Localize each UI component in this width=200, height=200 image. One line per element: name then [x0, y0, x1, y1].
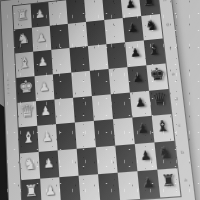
coordinate-label: b: [181, 151, 184, 155]
square-r4c1[interactable]: ♟: [36, 99, 56, 126]
white-n-piece[interactable]: ♞: [23, 156, 37, 172]
square-r7c3[interactable]: [79, 174, 101, 200]
square-r5c1[interactable]: ♟: [37, 125, 57, 153]
square-r6c1[interactable]: ♟: [39, 151, 60, 179]
coordinate-label: g: [166, 22, 169, 26]
black-b-piece[interactable]: ♝: [155, 118, 171, 135]
black-n-piece[interactable]: ♞: [158, 145, 174, 162]
black-p-piece[interactable]: ♟: [127, 21, 139, 33]
square-r7c2[interactable]: [59, 176, 80, 200]
square-r7c7[interactable]: ♜: [157, 168, 180, 197]
chessboard-photo: ·ı·ı·ı·ı· ♜♟♟♜♞♟♟♞♝♟♟♝♚♟♟♚♛♟♟♛♝♟♟♝♞♟♟♞♜♟…: [0, 0, 200, 200]
black-p-piece[interactable]: ♟: [125, 0, 137, 10]
square-r2c1[interactable]: ♟: [33, 50, 53, 76]
square-r1c7[interactable]: ♞: [141, 14, 162, 40]
square-r7c0[interactable]: ♜: [21, 179, 42, 200]
maker-stamp: ·ı·ı·ı·ı·: [6, 77, 12, 96]
square-r5c5[interactable]: [113, 118, 135, 146]
square-r3c3[interactable]: [71, 70, 92, 97]
white-n-piece[interactable]: ♞: [17, 31, 30, 46]
white-k-piece[interactable]: ♚: [18, 78, 33, 96]
square-r4c4[interactable]: [92, 94, 113, 121]
square-r5c2[interactable]: [56, 123, 77, 151]
square-r5c6[interactable]: ♟: [132, 116, 154, 144]
square-r3c6[interactable]: ♟: [127, 65, 149, 92]
square-r0c3[interactable]: [66, 0, 86, 24]
white-p-piece[interactable]: ♟: [35, 8, 46, 20]
square-r2c0[interactable]: ♝: [15, 51, 34, 77]
square-r1c5[interactable]: [104, 18, 125, 44]
black-r-piece[interactable]: ♜: [142, 0, 157, 9]
square-r7c4[interactable]: [98, 173, 120, 200]
square-r6c3[interactable]: [77, 147, 98, 175]
white-p-piece[interactable]: ♟: [36, 31, 47, 43]
black-p-piece[interactable]: ♟: [130, 46, 142, 59]
square-r3c4[interactable]: [90, 69, 111, 96]
square-r7c5[interactable]: [118, 171, 140, 200]
board-grid: ♜♟♟♜♞♟♟♞♝♟♟♝♚♟♟♚♛♟♟♛♝♟♟♝♞♟♟♞♜♟♟♜: [12, 0, 182, 200]
black-p-piece[interactable]: ♟: [142, 176, 155, 190]
square-r1c3[interactable]: [68, 22, 88, 48]
square-r6c0[interactable]: ♞: [20, 152, 40, 180]
square-r6c7[interactable]: ♞: [154, 141, 177, 170]
white-r-piece[interactable]: ♜: [24, 183, 38, 200]
square-r4c5[interactable]: [111, 92, 133, 120]
black-q-piece[interactable]: ♛: [151, 91, 168, 109]
square-r6c4[interactable]: [96, 146, 118, 174]
coordinate-label: c: [178, 124, 181, 128]
coordinate-label: h: [163, 0, 166, 2]
square-r1c6[interactable]: ♟: [123, 16, 144, 42]
square-r3c1[interactable]: ♟: [35, 74, 55, 101]
black-p-piece[interactable]: ♟: [137, 122, 149, 135]
white-p-piece[interactable]: ♟: [42, 130, 53, 143]
square-r0c5[interactable]: [102, 0, 122, 20]
square-r2c3[interactable]: [69, 46, 89, 72]
square-r1c1[interactable]: ♟: [32, 26, 51, 52]
black-p-piece[interactable]: ♟: [132, 71, 144, 84]
black-p-piece[interactable]: ♟: [134, 96, 146, 109]
chess-board: ·ı·ı·ı·ı· ♜♟♟♜♞♟♟♞♝♟♟♝♚♟♟♚♛♟♟♛♝♟♟♝♞♟♟♞♜♟…: [0, 0, 197, 200]
square-r0c4[interactable]: [84, 0, 104, 22]
black-n-piece[interactable]: ♞: [144, 18, 159, 33]
square-r2c4[interactable]: [88, 44, 109, 70]
square-r4c3[interactable]: [73, 96, 94, 123]
square-r5c0[interactable]: ♝: [19, 126, 39, 154]
square-r4c6[interactable]: ♟: [130, 90, 152, 118]
white-r-piece[interactable]: ♜: [16, 8, 29, 23]
square-r1c0[interactable]: ♞: [14, 28, 33, 54]
coordinate-label: d: [175, 98, 178, 102]
square-r0c1[interactable]: ♟: [31, 2, 50, 27]
black-k-piece[interactable]: ♚: [148, 66, 165, 84]
black-r-piece[interactable]: ♜: [161, 172, 177, 189]
white-b-piece[interactable]: ♝: [18, 55, 32, 70]
square-r6c2[interactable]: [58, 149, 79, 177]
square-r0c0[interactable]: ♜: [13, 4, 32, 29]
white-b-piece[interactable]: ♝: [22, 130, 36, 146]
black-p-piece[interactable]: ♟: [140, 149, 152, 162]
square-r1c4[interactable]: [86, 20, 106, 46]
white-p-piece[interactable]: ♟: [37, 55, 48, 67]
square-r3c7[interactable]: ♚: [146, 63, 168, 90]
square-r2c2[interactable]: [51, 48, 71, 74]
square-r5c7[interactable]: ♝: [152, 114, 175, 142]
square-r0c2[interactable]: [48, 0, 68, 25]
square-r4c0[interactable]: ♛: [18, 101, 38, 128]
square-r2c6[interactable]: ♟: [125, 40, 146, 67]
square-r7c1[interactable]: ♟: [40, 177, 61, 200]
white-q-piece[interactable]: ♛: [19, 103, 35, 121]
coordinate-label: e: [172, 72, 175, 76]
square-r3c2[interactable]: [53, 72, 73, 99]
square-r3c5[interactable]: [109, 67, 130, 94]
white-p-piece[interactable]: ♟: [45, 183, 57, 196]
square-r6c5[interactable]: [115, 144, 137, 173]
black-b-piece[interactable]: ♝: [147, 42, 162, 58]
square-r5c3[interactable]: [75, 121, 96, 149]
square-r5c4[interactable]: [94, 120, 115, 148]
square-r2c7[interactable]: ♝: [144, 38, 166, 65]
coordinate-label: a: [184, 178, 187, 182]
square-r1c2[interactable]: [50, 24, 70, 50]
white-p-piece[interactable]: ♟: [40, 105, 51, 118]
square-r4c7[interactable]: ♛: [149, 88, 171, 116]
square-r4c2[interactable]: [54, 97, 74, 124]
white-p-piece[interactable]: ♟: [43, 157, 55, 170]
square-r3c0[interactable]: ♚: [16, 76, 36, 103]
square-r2c5[interactable]: [106, 42, 127, 69]
white-p-piece[interactable]: ♟: [39, 80, 50, 93]
coordinate-label: f: [170, 47, 172, 51]
